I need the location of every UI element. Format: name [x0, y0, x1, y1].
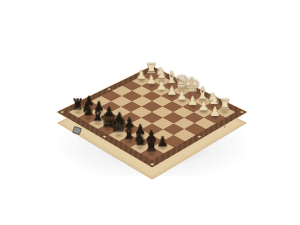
black-rook: ♜ — [144, 138, 159, 154]
chess-set-photo: ♜♞♝♛♚♝♞♜♟♟♟♟♟♟♟♟♟♟♟♟♟♟♟♟♜♞♝♛♚♝♞♜ — [0, 0, 300, 225]
brass-pin-icon — [103, 135, 107, 137]
brass-pin-icon — [240, 111, 244, 113]
board-grid: ♜♞♝♛♚♝♞♜♟♟♟♟♟♟♟♟♟♟♟♟♟♟♟♟♜♞♝♛♚♝♞♜ — [69, 71, 236, 160]
brass-pin-icon — [60, 111, 64, 113]
perspective-wrapper: ♜♞♝♛♚♝♞♜♟♟♟♟♟♟♟♟♟♟♟♟♟♟♟♟♜♞♝♛♚♝♞♜ — [0, 0, 300, 225]
board-frame: ♜♞♝♛♚♝♞♜♟♟♟♟♟♟♟♟♟♟♟♟♟♟♟♟♜♞♝♛♚♝♞♜ — [56, 66, 248, 169]
white-pawn: ♟ — [198, 99, 210, 112]
chess-board: ♜♞♝♛♚♝♞♜♟♟♟♟♟♟♟♟♟♟♟♟♟♟♟♟♜♞♝♛♚♝♞♜ — [56, 66, 248, 169]
white-pawn: ♟ — [187, 94, 199, 107]
brass-pin-icon — [197, 135, 201, 137]
brass-pin-icon — [107, 88, 111, 90]
brass-pin-icon — [150, 163, 155, 166]
white-pawn: ♟ — [209, 105, 221, 118]
